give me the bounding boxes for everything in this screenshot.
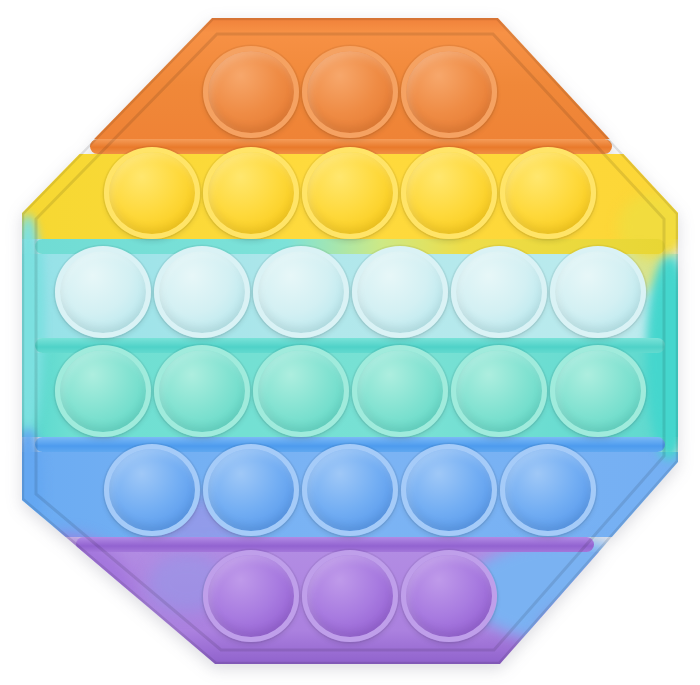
bubble-r5-c2[interactable] [203, 444, 299, 536]
pop-it-board [0, 0, 700, 685]
bubble-r3-c4[interactable] [352, 246, 448, 338]
row-divider-5 [76, 537, 594, 552]
pop-it-toy [0, 0, 700, 685]
marble-teal-right-rim [646, 256, 692, 460]
bubble-r3-c3[interactable] [253, 246, 349, 338]
bubble-r1-c1[interactable] [203, 46, 299, 138]
bubble-r5-c4[interactable] [401, 444, 497, 536]
bubble-r2-c5[interactable] [500, 147, 596, 239]
bubble-r3-c1[interactable] [55, 246, 151, 338]
bubble-r2-c4[interactable] [401, 147, 497, 239]
row-divider-2 [35, 239, 665, 254]
marble-purple-bottom-right [538, 596, 692, 680]
bubble-r3-c2[interactable] [154, 246, 250, 338]
bubble-r5-c1[interactable] [104, 444, 200, 536]
bubble-r4-c4[interactable] [352, 345, 448, 437]
bubble-r2-c3[interactable] [302, 147, 398, 239]
bubble-r6-c3[interactable] [401, 550, 497, 642]
bubble-r2-c1[interactable] [104, 147, 200, 239]
bubble-r4-c1[interactable] [55, 345, 151, 437]
bubble-r3-c5[interactable] [451, 246, 547, 338]
row-divider-3 [35, 338, 665, 353]
bubble-r6-c1[interactable] [203, 550, 299, 642]
bubble-r4-c6[interactable] [550, 345, 646, 437]
bubble-r4-c5[interactable] [451, 345, 547, 437]
bubble-r5-c5[interactable] [500, 444, 596, 536]
bubble-r5-c3[interactable] [302, 444, 398, 536]
bubble-r2-c2[interactable] [203, 147, 299, 239]
bubble-r4-c2[interactable] [154, 345, 250, 437]
photo-canvas [0, 0, 700, 685]
bubble-r1-c3[interactable] [401, 46, 497, 138]
bubble-r1-c2[interactable] [302, 46, 398, 138]
bubble-r4-c3[interactable] [253, 345, 349, 437]
marble-purple-bottom-left [0, 536, 138, 685]
bubble-r3-c6[interactable] [550, 246, 646, 338]
bubble-r6-c2[interactable] [302, 550, 398, 642]
